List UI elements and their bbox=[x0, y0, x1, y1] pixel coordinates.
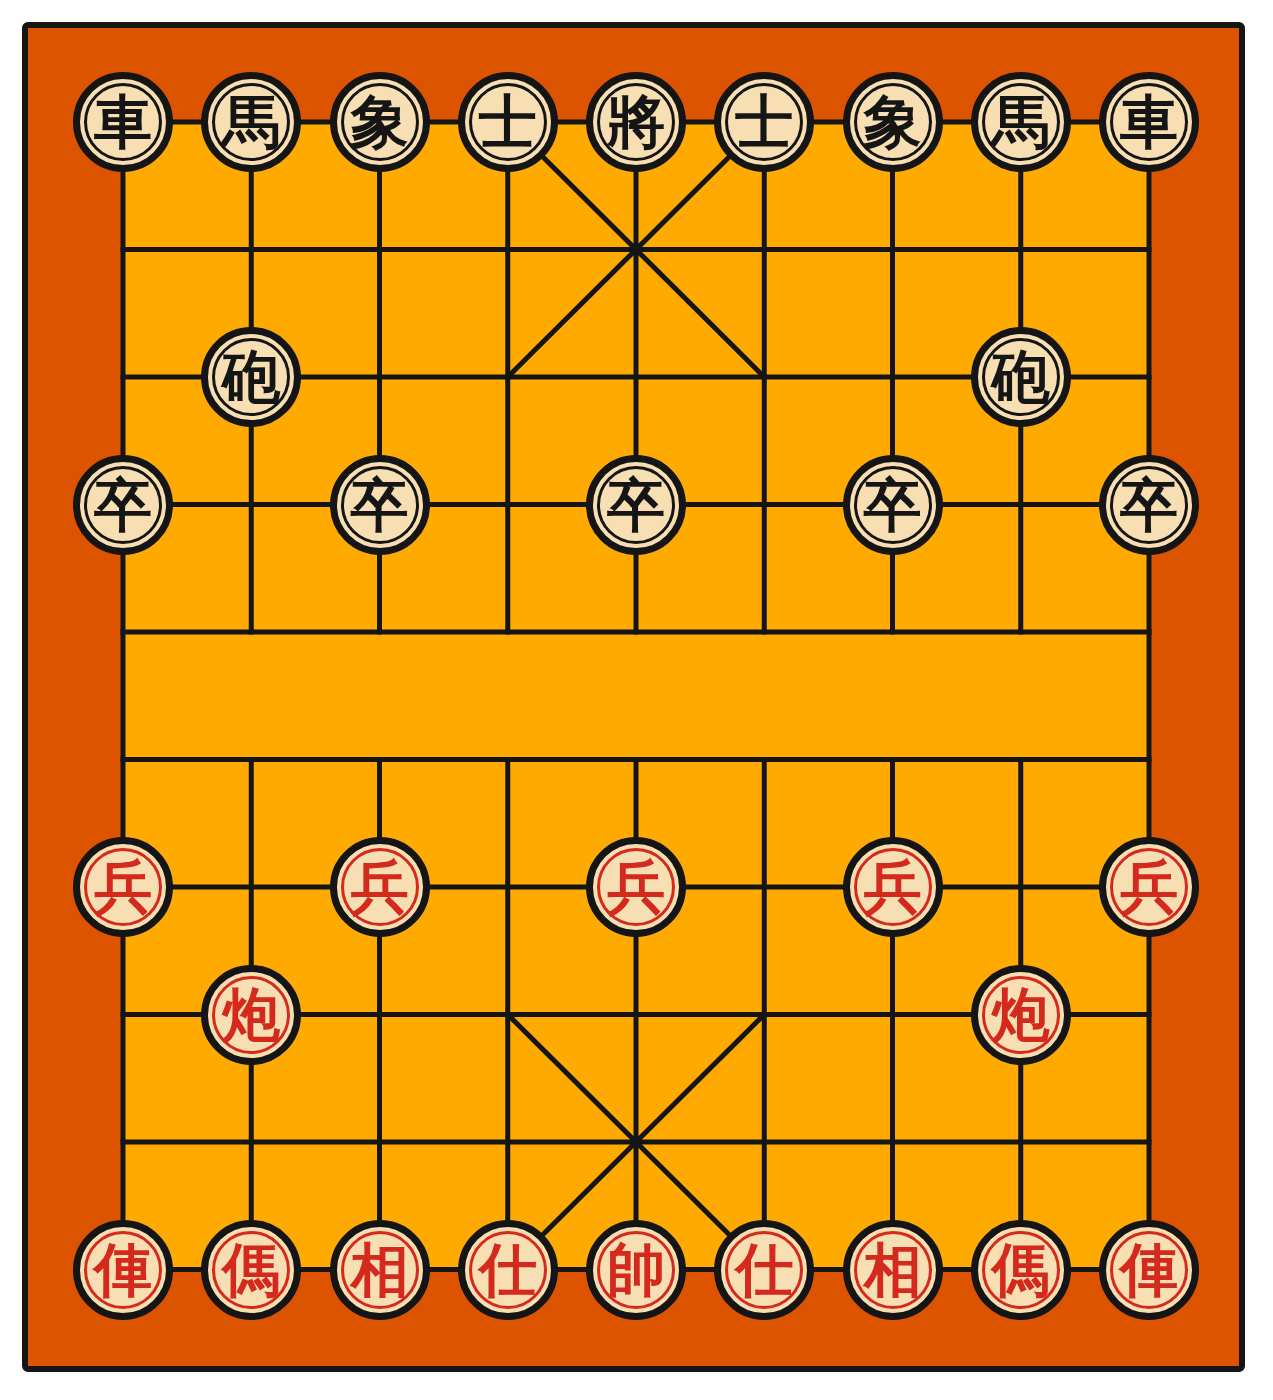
piece-horse-red[interactable]: 傌 bbox=[971, 1220, 1071, 1320]
piece-inner-ring: 兵 bbox=[597, 848, 675, 926]
piece-glyph: 兵 bbox=[1120, 859, 1178, 917]
piece-glyph: 仕 bbox=[735, 1242, 793, 1300]
piece-inner-ring: 相 bbox=[854, 1231, 932, 1309]
piece-soldier-black[interactable]: 卒 bbox=[330, 455, 430, 555]
piece-inner-ring: 俥 bbox=[1110, 1231, 1188, 1309]
piece-glyph: 馬 bbox=[992, 94, 1050, 152]
piece-inner-ring: 帥 bbox=[597, 1231, 675, 1309]
piece-elephant-red[interactable]: 相 bbox=[330, 1220, 430, 1320]
piece-glyph: 砲 bbox=[222, 349, 280, 407]
piece-glyph: 馬 bbox=[222, 94, 280, 152]
piece-glyph: 兵 bbox=[607, 859, 665, 917]
piece-inner-ring: 俥 bbox=[84, 1231, 162, 1309]
piece-glyph: 士 bbox=[479, 94, 537, 152]
piece-inner-ring: 兵 bbox=[1110, 848, 1188, 926]
piece-glyph: 炮 bbox=[222, 987, 280, 1045]
piece-glyph: 相 bbox=[864, 1242, 922, 1300]
piece-soldier-red[interactable]: 兵 bbox=[330, 837, 430, 937]
piece-glyph: 傌 bbox=[992, 1242, 1050, 1300]
piece-inner-ring: 砲 bbox=[982, 338, 1060, 416]
piece-glyph: 車 bbox=[1120, 94, 1178, 152]
piece-cannon-red[interactable]: 炮 bbox=[971, 965, 1071, 1065]
piece-glyph: 相 bbox=[351, 1242, 409, 1300]
piece-horse-black[interactable]: 馬 bbox=[971, 72, 1071, 172]
xiangqi-board: 車馬象士將士象馬車砲砲卒卒卒卒卒兵兵兵兵兵炮炮俥傌相仕帥仕相傌俥 bbox=[0, 0, 1273, 1400]
piece-soldier-black[interactable]: 卒 bbox=[1099, 455, 1199, 555]
piece-soldier-red[interactable]: 兵 bbox=[1099, 837, 1199, 937]
piece-advisor-black[interactable]: 士 bbox=[458, 72, 558, 172]
piece-advisor-red[interactable]: 仕 bbox=[714, 1220, 814, 1320]
piece-inner-ring: 車 bbox=[84, 83, 162, 161]
piece-inner-ring: 傌 bbox=[982, 1231, 1060, 1309]
piece-cannon-black[interactable]: 砲 bbox=[201, 327, 301, 427]
piece-inner-ring: 兵 bbox=[84, 848, 162, 926]
piece-glyph: 兵 bbox=[864, 859, 922, 917]
piece-glyph: 仕 bbox=[479, 1242, 537, 1300]
piece-inner-ring: 象 bbox=[854, 83, 932, 161]
piece-chariot-black[interactable]: 車 bbox=[1099, 72, 1199, 172]
piece-inner-ring: 卒 bbox=[1110, 466, 1188, 544]
piece-cannon-red[interactable]: 炮 bbox=[201, 965, 301, 1065]
piece-chariot-black[interactable]: 車 bbox=[73, 72, 173, 172]
piece-glyph: 俥 bbox=[94, 1242, 152, 1300]
piece-cannon-black[interactable]: 砲 bbox=[971, 327, 1071, 427]
piece-elephant-red[interactable]: 相 bbox=[843, 1220, 943, 1320]
piece-soldier-red[interactable]: 兵 bbox=[73, 837, 173, 937]
piece-glyph: 兵 bbox=[94, 859, 152, 917]
piece-inner-ring: 馬 bbox=[212, 83, 290, 161]
piece-inner-ring: 炮 bbox=[212, 976, 290, 1054]
piece-glyph: 士 bbox=[735, 94, 793, 152]
piece-glyph: 象 bbox=[351, 94, 409, 152]
piece-inner-ring: 仕 bbox=[469, 1231, 547, 1309]
piece-glyph: 帥 bbox=[607, 1242, 665, 1300]
piece-chariot-red[interactable]: 俥 bbox=[1099, 1220, 1199, 1320]
piece-glyph: 傌 bbox=[222, 1242, 280, 1300]
piece-glyph: 卒 bbox=[864, 477, 922, 535]
piece-soldier-black[interactable]: 卒 bbox=[843, 455, 943, 555]
piece-inner-ring: 將 bbox=[597, 83, 675, 161]
piece-glyph: 砲 bbox=[992, 349, 1050, 407]
piece-inner-ring: 士 bbox=[725, 83, 803, 161]
piece-inner-ring: 相 bbox=[341, 1231, 419, 1309]
piece-inner-ring: 炮 bbox=[982, 976, 1060, 1054]
piece-inner-ring: 卒 bbox=[341, 466, 419, 544]
piece-soldier-red[interactable]: 兵 bbox=[586, 837, 686, 937]
piece-soldier-red[interactable]: 兵 bbox=[843, 837, 943, 937]
piece-inner-ring: 砲 bbox=[212, 338, 290, 416]
piece-glyph: 車 bbox=[94, 94, 152, 152]
piece-inner-ring: 象 bbox=[341, 83, 419, 161]
piece-inner-ring: 馬 bbox=[982, 83, 1060, 161]
piece-glyph: 卒 bbox=[351, 477, 409, 535]
piece-advisor-red[interactable]: 仕 bbox=[458, 1220, 558, 1320]
piece-horse-red[interactable]: 傌 bbox=[201, 1220, 301, 1320]
pieces-layer: 車馬象士將士象馬車砲砲卒卒卒卒卒兵兵兵兵兵炮炮俥傌相仕帥仕相傌俥 bbox=[0, 0, 1273, 1400]
piece-glyph: 卒 bbox=[607, 477, 665, 535]
piece-advisor-black[interactable]: 士 bbox=[714, 72, 814, 172]
piece-glyph: 將 bbox=[607, 94, 665, 152]
piece-inner-ring: 兵 bbox=[341, 848, 419, 926]
piece-inner-ring: 仕 bbox=[725, 1231, 803, 1309]
piece-elephant-black[interactable]: 象 bbox=[843, 72, 943, 172]
piece-glyph: 炮 bbox=[992, 987, 1050, 1045]
piece-glyph: 俥 bbox=[1120, 1242, 1178, 1300]
piece-glyph: 卒 bbox=[94, 477, 152, 535]
piece-glyph: 卒 bbox=[1120, 477, 1178, 535]
piece-general-red[interactable]: 帥 bbox=[586, 1220, 686, 1320]
piece-soldier-black[interactable]: 卒 bbox=[73, 455, 173, 555]
piece-inner-ring: 兵 bbox=[854, 848, 932, 926]
piece-inner-ring: 卒 bbox=[84, 466, 162, 544]
piece-inner-ring: 傌 bbox=[212, 1231, 290, 1309]
piece-glyph: 象 bbox=[864, 94, 922, 152]
piece-glyph: 兵 bbox=[351, 859, 409, 917]
piece-horse-black[interactable]: 馬 bbox=[201, 72, 301, 172]
piece-elephant-black[interactable]: 象 bbox=[330, 72, 430, 172]
piece-inner-ring: 卒 bbox=[854, 466, 932, 544]
piece-general-black[interactable]: 將 bbox=[586, 72, 686, 172]
piece-soldier-black[interactable]: 卒 bbox=[586, 455, 686, 555]
piece-inner-ring: 車 bbox=[1110, 83, 1188, 161]
piece-chariot-red[interactable]: 俥 bbox=[73, 1220, 173, 1320]
piece-inner-ring: 士 bbox=[469, 83, 547, 161]
piece-inner-ring: 卒 bbox=[597, 466, 675, 544]
